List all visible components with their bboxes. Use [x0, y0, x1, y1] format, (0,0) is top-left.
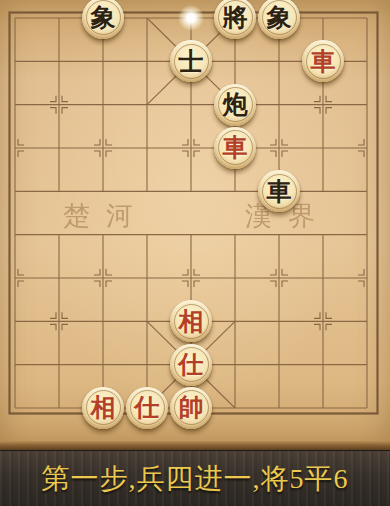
board-point[interactable]: 炮 — [213, 83, 257, 126]
piece-black-advisor[interactable]: 士 — [170, 40, 212, 82]
move-caption-text: 第一步,兵四进一,将5平6 — [42, 460, 349, 498]
board-point[interactable] — [81, 256, 125, 299]
board-point[interactable] — [0, 386, 37, 429]
piece-glyph: 象 — [267, 5, 292, 30]
board-point[interactable] — [169, 213, 213, 256]
board-point[interactable]: 相 — [81, 386, 125, 429]
board-point[interactable]: 象 — [257, 0, 301, 40]
piece-black-general[interactable]: 將 — [214, 0, 256, 39]
piece-glyph: 相 — [179, 309, 204, 334]
board-point[interactable]: 車 — [257, 170, 301, 213]
board-point[interactable] — [125, 213, 169, 256]
board-point[interactable] — [257, 256, 301, 299]
board-point[interactable] — [213, 300, 257, 343]
board-point[interactable] — [37, 343, 81, 386]
board-point[interactable] — [345, 0, 389, 40]
piece-glyph: 車 — [267, 179, 292, 204]
board-point[interactable] — [37, 40, 81, 83]
board-grid: 象將象士車炮車車相仕相仕帥 — [0, 0, 389, 430]
board-point[interactable]: 車 — [301, 40, 345, 83]
board-point[interactable] — [345, 300, 389, 343]
board-point[interactable] — [345, 213, 389, 256]
board-point[interactable] — [0, 83, 37, 126]
piece-black-cannon[interactable]: 炮 — [214, 84, 256, 126]
board-point[interactable] — [37, 300, 81, 343]
board-point[interactable] — [81, 126, 125, 169]
board-point[interactable] — [257, 386, 301, 429]
board-point[interactable]: 仕 — [169, 343, 213, 386]
board-point[interactable] — [213, 386, 257, 429]
xiangqi-board: 楚河 漢界 象將象士車炮車車相仕相仕帥 — [0, 0, 390, 450]
board-point[interactable] — [345, 386, 389, 429]
piece-red-elephant[interactable]: 相 — [82, 387, 124, 429]
xiangqi-app: 楚河 漢界 象將象士車炮車車相仕相仕帥 第一步,兵四进一,将5平6 — [0, 0, 390, 506]
board-point[interactable] — [81, 343, 125, 386]
board-point[interactable] — [0, 256, 37, 299]
board-point[interactable] — [257, 343, 301, 386]
board-point[interactable] — [257, 213, 301, 256]
board-point[interactable] — [169, 83, 213, 126]
piece-glyph: 仕 — [179, 352, 204, 377]
board-point[interactable] — [213, 170, 257, 213]
board-point[interactable] — [257, 40, 301, 83]
board-point[interactable] — [37, 386, 81, 429]
board-point[interactable] — [125, 126, 169, 169]
board-point[interactable]: 將 — [213, 0, 257, 40]
board-point[interactable] — [169, 0, 213, 40]
piece-glyph: 將 — [223, 5, 248, 30]
board-point[interactable] — [169, 170, 213, 213]
piece-glyph: 車 — [223, 135, 248, 160]
board-point[interactable] — [345, 256, 389, 299]
piece-black-elephant[interactable]: 象 — [258, 0, 300, 39]
board-point[interactable] — [257, 126, 301, 169]
board-point[interactable] — [37, 0, 81, 40]
board-point[interactable] — [81, 40, 125, 83]
board-point[interactable] — [213, 343, 257, 386]
board-point[interactable] — [0, 126, 37, 169]
board-point[interactable]: 車 — [213, 126, 257, 169]
board-point[interactable] — [0, 170, 37, 213]
move-caption-bar: 第一步,兵四进一,将5平6 — [0, 450, 390, 506]
board-point[interactable] — [301, 343, 345, 386]
board-point[interactable] — [125, 256, 169, 299]
board-point[interactable] — [169, 256, 213, 299]
board-point[interactable] — [213, 213, 257, 256]
board-point[interactable]: 仕 — [125, 386, 169, 429]
board-point[interactable] — [37, 256, 81, 299]
piece-glyph: 相 — [91, 395, 116, 420]
board-point[interactable]: 帥 — [169, 386, 213, 429]
board-point[interactable]: 士 — [169, 40, 213, 83]
board-point[interactable] — [125, 40, 169, 83]
board-point[interactable] — [0, 300, 37, 343]
board-point[interactable] — [213, 256, 257, 299]
piece-black-chariot[interactable]: 車 — [258, 170, 300, 212]
piece-glyph: 帥 — [179, 395, 204, 420]
board-point[interactable] — [257, 83, 301, 126]
piece-red-chariot[interactable]: 車 — [214, 127, 256, 169]
piece-glyph: 車 — [311, 49, 336, 74]
board-point[interactable] — [301, 300, 345, 343]
board-point[interactable] — [125, 170, 169, 213]
board-point[interactable] — [345, 40, 389, 83]
board-point[interactable] — [125, 0, 169, 40]
board-point[interactable] — [301, 213, 345, 256]
board-point[interactable] — [301, 126, 345, 169]
board-point[interactable] — [301, 386, 345, 429]
board-point[interactable] — [345, 83, 389, 126]
board-point[interactable] — [257, 300, 301, 343]
board-point[interactable] — [37, 83, 81, 126]
board-point[interactable] — [301, 256, 345, 299]
piece-red-general[interactable]: 帥 — [170, 387, 212, 429]
board-point[interactable] — [301, 170, 345, 213]
board-point[interactable] — [81, 170, 125, 213]
piece-red-elephant[interactable]: 相 — [170, 300, 212, 342]
board-point[interactable] — [81, 213, 125, 256]
board-point[interactable] — [125, 343, 169, 386]
board-point[interactable] — [345, 343, 389, 386]
piece-black-elephant[interactable]: 象 — [82, 0, 124, 39]
board-point[interactable] — [169, 126, 213, 169]
piece-red-advisor[interactable]: 仕 — [126, 387, 168, 429]
board-point[interactable] — [37, 170, 81, 213]
board-point[interactable] — [345, 126, 389, 169]
board-point[interactable] — [345, 170, 389, 213]
board-point[interactable] — [125, 300, 169, 343]
piece-red-chariot[interactable]: 車 — [302, 40, 344, 82]
piece-glyph: 士 — [179, 49, 204, 74]
board-point[interactable] — [81, 83, 125, 126]
board-point[interactable] — [0, 213, 37, 256]
board-point[interactable]: 象 — [81, 0, 125, 40]
piece-glyph: 象 — [91, 5, 116, 30]
board-point[interactable] — [37, 213, 81, 256]
move-origin-highlight — [178, 5, 204, 31]
board-point[interactable] — [0, 343, 37, 386]
piece-glyph: 仕 — [135, 395, 160, 420]
board-point[interactable] — [81, 300, 125, 343]
board-point[interactable] — [213, 40, 257, 83]
piece-red-advisor[interactable]: 仕 — [170, 344, 212, 386]
board-point[interactable] — [0, 0, 37, 40]
board-point[interactable]: 相 — [169, 300, 213, 343]
piece-glyph: 炮 — [223, 92, 248, 117]
board-point[interactable] — [301, 83, 345, 126]
board-point[interactable] — [0, 40, 37, 83]
board-point[interactable] — [125, 83, 169, 126]
board-point[interactable] — [301, 0, 345, 40]
board-point[interactable] — [37, 126, 81, 169]
